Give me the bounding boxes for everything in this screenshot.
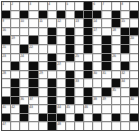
- white-cell[interactable]: [20, 71, 28, 79]
- black-cell: [84, 11, 92, 19]
- white-cell[interactable]: [57, 71, 65, 79]
- clue-number: 8: [121, 2, 123, 5]
- white-cell[interactable]: [66, 11, 74, 19]
- black-cell: [84, 45, 92, 53]
- black-cell: [48, 122, 56, 130]
- clue-number: 32: [121, 71, 125, 74]
- white-cell[interactable]: [130, 45, 138, 53]
- white-cell[interactable]: [112, 45, 120, 53]
- black-cell: [2, 97, 10, 105]
- white-cell[interactable]: 41: [2, 105, 10, 113]
- black-cell: [2, 11, 10, 19]
- black-cell: [48, 97, 56, 105]
- black-cell: [20, 11, 28, 19]
- black-cell: [20, 45, 28, 53]
- white-cell[interactable]: [93, 62, 101, 70]
- white-cell[interactable]: [130, 71, 138, 79]
- black-cell: [84, 28, 92, 36]
- white-cell[interactable]: 22: [29, 45, 37, 53]
- clue-number: 5: [66, 2, 68, 5]
- black-cell: [102, 54, 110, 62]
- clue-number: 18: [112, 28, 116, 31]
- black-cell: [39, 114, 47, 122]
- black-cell: [93, 114, 101, 122]
- white-cell[interactable]: [75, 71, 83, 79]
- white-cell[interactable]: [102, 114, 110, 122]
- clue-number: 40: [130, 97, 134, 100]
- white-cell[interactable]: [48, 19, 56, 27]
- white-cell[interactable]: [66, 19, 74, 27]
- clue-number: 48: [57, 122, 61, 125]
- clue-number: 11: [39, 19, 43, 22]
- clue-number: 27: [57, 62, 61, 65]
- white-cell[interactable]: [39, 28, 47, 36]
- clue-number: 7: [102, 2, 104, 5]
- white-cell[interactable]: [84, 114, 92, 122]
- clue-number: 28: [2, 71, 6, 74]
- black-cell: [48, 79, 56, 87]
- clue-number: 33: [75, 79, 79, 82]
- clue-number: 13: [75, 19, 79, 22]
- white-cell[interactable]: [11, 122, 19, 130]
- white-cell[interactable]: 7: [102, 2, 110, 10]
- white-cell[interactable]: 34: [121, 79, 129, 87]
- white-cell[interactable]: [93, 36, 101, 44]
- white-cell[interactable]: 17: [93, 28, 101, 36]
- black-cell: [84, 36, 92, 44]
- white-cell[interactable]: [57, 54, 65, 62]
- white-cell[interactable]: [84, 122, 92, 130]
- black-cell: [66, 88, 74, 96]
- white-cell[interactable]: [66, 62, 74, 70]
- black-cell: [130, 88, 138, 96]
- black-cell: [121, 45, 129, 53]
- white-cell[interactable]: 43: [29, 105, 37, 113]
- white-cell[interactable]: [57, 88, 65, 96]
- clue-number: 30: [93, 71, 97, 74]
- white-cell[interactable]: [75, 28, 83, 36]
- clue-number: 31: [102, 71, 106, 74]
- white-cell[interactable]: [75, 105, 83, 113]
- clue-number: 10: [20, 19, 24, 22]
- white-cell[interactable]: [39, 54, 47, 62]
- white-cell[interactable]: [112, 97, 120, 105]
- white-cell[interactable]: [57, 28, 65, 36]
- black-cell: [102, 45, 110, 53]
- white-cell[interactable]: [2, 88, 10, 96]
- clue-number: 17: [93, 28, 97, 31]
- white-cell[interactable]: 14: [93, 19, 101, 27]
- white-cell[interactable]: [93, 45, 101, 53]
- white-cell[interactable]: [130, 62, 138, 70]
- black-cell: [11, 79, 19, 87]
- white-cell[interactable]: [39, 45, 47, 53]
- black-cell: [112, 114, 120, 122]
- white-cell[interactable]: [11, 11, 19, 19]
- black-cell: [66, 36, 74, 44]
- white-cell[interactable]: [75, 2, 83, 10]
- white-cell[interactable]: [121, 97, 129, 105]
- white-cell[interactable]: [29, 114, 37, 122]
- black-cell: [66, 97, 74, 105]
- black-cell: [48, 114, 56, 122]
- black-cell: [20, 105, 28, 113]
- black-cell: [48, 105, 56, 113]
- black-cell: [48, 88, 56, 96]
- white-cell[interactable]: [11, 45, 19, 53]
- white-cell[interactable]: [2, 62, 10, 70]
- clue-number: 34: [121, 79, 125, 82]
- black-cell: [102, 88, 110, 96]
- clue-number: 39: [102, 97, 106, 100]
- white-cell[interactable]: 26: [112, 54, 120, 62]
- white-cell[interactable]: [57, 2, 65, 10]
- clue-number: 47: [2, 122, 6, 125]
- white-cell[interactable]: 23: [2, 54, 10, 62]
- white-cell[interactable]: 37: [29, 97, 37, 105]
- black-cell: [121, 62, 129, 70]
- white-cell[interactable]: [66, 122, 74, 130]
- clue-number: 23: [2, 54, 6, 57]
- white-cell[interactable]: [130, 19, 138, 27]
- white-cell[interactable]: [48, 71, 56, 79]
- white-cell[interactable]: [29, 122, 37, 130]
- white-cell[interactable]: [121, 88, 129, 96]
- white-cell[interactable]: [39, 2, 47, 10]
- clue-number: 15: [121, 19, 125, 22]
- clue-number: 42: [11, 105, 15, 108]
- clue-number: 2: [11, 2, 13, 5]
- white-cell[interactable]: 18: [112, 28, 120, 36]
- white-cell[interactable]: 40: [130, 97, 138, 105]
- white-cell[interactable]: 5: [66, 2, 74, 10]
- black-cell: [121, 36, 129, 44]
- black-cell: [130, 114, 138, 122]
- black-cell: [130, 11, 138, 19]
- black-cell: [112, 11, 120, 19]
- white-cell[interactable]: [39, 122, 47, 130]
- clue-number: 16: [2, 28, 6, 31]
- clue-number: 45: [66, 105, 70, 108]
- white-cell[interactable]: [75, 122, 83, 130]
- white-cell[interactable]: 46: [84, 105, 92, 113]
- clue-number: 43: [29, 105, 33, 108]
- clue-number: 25: [75, 54, 79, 57]
- white-cell[interactable]: 30: [93, 71, 101, 79]
- white-cell[interactable]: [121, 105, 129, 113]
- white-cell[interactable]: [29, 19, 37, 27]
- white-cell[interactable]: 29: [39, 71, 47, 79]
- clue-number: 12: [57, 19, 61, 22]
- white-cell[interactable]: 12: [57, 19, 65, 27]
- white-cell[interactable]: 45: [66, 105, 74, 113]
- white-cell[interactable]: [20, 122, 28, 130]
- clue-number: 3: [29, 2, 31, 5]
- white-cell[interactable]: [57, 45, 65, 53]
- white-cell[interactable]: [29, 28, 37, 36]
- white-cell[interactable]: [57, 36, 65, 44]
- clue-number: 9: [2, 19, 4, 22]
- black-cell: [2, 114, 10, 122]
- white-cell[interactable]: [102, 11, 110, 19]
- white-cell[interactable]: 20: [130, 36, 138, 44]
- black-cell: [48, 36, 56, 44]
- white-cell[interactable]: 25: [75, 54, 83, 62]
- white-cell[interactable]: [11, 28, 19, 36]
- white-cell[interactable]: [11, 54, 19, 62]
- white-cell[interactable]: [84, 79, 92, 87]
- black-cell: [57, 114, 65, 122]
- white-cell[interactable]: [48, 11, 56, 19]
- white-cell[interactable]: [93, 105, 101, 113]
- white-cell[interactable]: [102, 19, 110, 27]
- black-cell: [130, 28, 138, 36]
- white-cell[interactable]: 1: [2, 2, 10, 10]
- white-cell[interactable]: [84, 54, 92, 62]
- clue-number: 38: [93, 97, 97, 100]
- white-cell[interactable]: [112, 36, 120, 44]
- black-cell: [29, 79, 37, 87]
- white-cell[interactable]: 15: [121, 19, 129, 27]
- black-cell: [48, 28, 56, 36]
- black-cell: [66, 45, 74, 53]
- clue-number: 24: [20, 54, 24, 57]
- white-cell[interactable]: 48: [57, 122, 65, 130]
- black-cell: [75, 11, 83, 19]
- black-cell: [102, 36, 110, 44]
- white-cell[interactable]: 44: [57, 105, 65, 113]
- white-cell[interactable]: 16: [2, 28, 10, 36]
- white-cell[interactable]: 10: [20, 19, 28, 27]
- clue-number: 36: [20, 97, 24, 100]
- black-cell: [57, 11, 65, 19]
- white-cell[interactable]: [112, 2, 120, 10]
- white-cell[interactable]: 24: [20, 54, 28, 62]
- white-cell[interactable]: [112, 122, 120, 130]
- black-cell: [84, 71, 92, 79]
- black-cell: [48, 54, 56, 62]
- white-cell[interactable]: [20, 2, 28, 10]
- black-cell: [29, 62, 37, 70]
- black-cell: [84, 19, 92, 27]
- white-cell[interactable]: [20, 79, 28, 87]
- crossword-grid: 1234567891011121314151617181920212223242…: [1, 1, 139, 131]
- black-cell: [112, 19, 120, 27]
- black-cell: [102, 62, 110, 70]
- black-cell: [20, 114, 28, 122]
- white-cell[interactable]: [29, 54, 37, 62]
- white-cell[interactable]: [121, 122, 129, 130]
- white-cell[interactable]: [102, 122, 110, 130]
- white-cell[interactable]: 4: [48, 2, 56, 10]
- black-cell: [29, 88, 37, 96]
- white-cell[interactable]: [75, 36, 83, 44]
- clue-number: 44: [57, 105, 61, 108]
- white-cell[interactable]: [29, 11, 37, 19]
- clue-number: 20: [130, 36, 134, 39]
- clue-number: 1: [2, 2, 4, 5]
- clue-number: 26: [112, 54, 116, 57]
- white-cell[interactable]: 8: [121, 2, 129, 10]
- black-cell: [11, 97, 19, 105]
- white-cell[interactable]: [20, 88, 28, 96]
- white-cell[interactable]: [112, 62, 120, 70]
- white-cell[interactable]: [39, 88, 47, 96]
- white-cell[interactable]: [20, 62, 28, 70]
- white-cell[interactable]: 38: [93, 97, 101, 105]
- white-cell[interactable]: 31: [102, 71, 110, 79]
- white-cell[interactable]: 13: [75, 19, 83, 27]
- white-cell[interactable]: 2: [11, 2, 19, 10]
- white-cell[interactable]: 42: [11, 105, 19, 113]
- white-cell[interactable]: [57, 97, 65, 105]
- clue-number: 41: [2, 105, 6, 108]
- black-cell: [66, 71, 74, 79]
- white-cell[interactable]: 9: [2, 19, 10, 27]
- black-cell: [84, 2, 92, 10]
- white-cell[interactable]: [75, 88, 83, 96]
- black-cell: [66, 54, 74, 62]
- crossword-page: 1234567891011121314151617181920212223242…: [0, 0, 140, 132]
- clue-number: 37: [29, 97, 33, 100]
- white-cell[interactable]: 28: [2, 71, 10, 79]
- white-cell[interactable]: [66, 114, 74, 122]
- white-cell[interactable]: 11: [39, 19, 47, 27]
- white-cell[interactable]: [20, 36, 28, 44]
- white-cell[interactable]: 39: [102, 97, 110, 105]
- white-cell[interactable]: 6: [93, 2, 101, 10]
- white-cell[interactable]: [57, 79, 65, 87]
- white-cell[interactable]: 27: [57, 62, 65, 70]
- white-cell[interactable]: [2, 79, 10, 87]
- black-cell: [11, 62, 19, 70]
- black-cell: [84, 97, 92, 105]
- white-cell[interactable]: [112, 105, 120, 113]
- clue-number: 35: [112, 88, 116, 91]
- white-cell[interactable]: [130, 54, 138, 62]
- black-cell: [66, 28, 74, 36]
- white-cell[interactable]: [102, 28, 110, 36]
- black-cell: [112, 79, 120, 87]
- white-cell[interactable]: [130, 79, 138, 87]
- black-cell: [48, 62, 56, 70]
- clue-number: 19: [11, 36, 15, 39]
- white-cell[interactable]: 19: [11, 36, 19, 44]
- black-cell: [11, 88, 19, 96]
- clue-number: 6: [93, 2, 95, 5]
- clue-number: 29: [39, 71, 43, 74]
- black-cell: [29, 71, 37, 79]
- white-cell[interactable]: [93, 122, 101, 130]
- white-cell[interactable]: [48, 45, 56, 53]
- clue-number: 46: [84, 105, 88, 108]
- black-cell: [2, 36, 10, 44]
- black-cell: [75, 114, 83, 122]
- white-cell[interactable]: [130, 105, 138, 113]
- white-cell[interactable]: [39, 105, 47, 113]
- clue-number: 21: [2, 45, 6, 48]
- white-cell[interactable]: [39, 79, 47, 87]
- white-cell[interactable]: 21: [2, 45, 10, 53]
- white-cell[interactable]: [75, 45, 83, 53]
- white-cell[interactable]: [39, 36, 47, 44]
- white-cell[interactable]: [75, 62, 83, 70]
- white-cell[interactable]: 3: [29, 2, 37, 10]
- white-cell[interactable]: [121, 54, 129, 62]
- white-cell[interactable]: [93, 54, 101, 62]
- white-cell[interactable]: [130, 2, 138, 10]
- white-cell[interactable]: [93, 88, 101, 96]
- white-cell[interactable]: [112, 71, 120, 79]
- black-cell: [121, 28, 129, 36]
- white-cell[interactable]: [130, 122, 138, 130]
- white-cell[interactable]: 36: [20, 97, 28, 105]
- black-cell: [29, 36, 37, 44]
- white-cell[interactable]: [11, 19, 19, 27]
- white-cell[interactable]: 33: [75, 79, 83, 87]
- clue-number: 22: [29, 45, 33, 48]
- white-cell[interactable]: [93, 79, 101, 87]
- clue-number: 14: [93, 19, 97, 22]
- white-cell[interactable]: [75, 97, 83, 105]
- white-cell[interactable]: [20, 28, 28, 36]
- white-cell[interactable]: 47: [2, 122, 10, 130]
- black-cell: [93, 11, 101, 19]
- white-cell[interactable]: [39, 62, 47, 70]
- white-cell[interactable]: [39, 97, 47, 105]
- black-cell: [39, 11, 47, 19]
- white-cell[interactable]: [121, 11, 129, 19]
- black-cell: [84, 88, 92, 96]
- black-cell: [66, 79, 74, 87]
- white-cell[interactable]: [102, 105, 110, 113]
- white-cell[interactable]: [11, 71, 19, 79]
- white-cell[interactable]: 32: [121, 71, 129, 79]
- clue-number: 4: [48, 2, 50, 5]
- white-cell[interactable]: 35: [112, 88, 120, 96]
- white-cell[interactable]: [121, 114, 129, 122]
- white-cell[interactable]: [102, 79, 110, 87]
- white-cell[interactable]: [11, 114, 19, 122]
- black-cell: [84, 62, 92, 70]
